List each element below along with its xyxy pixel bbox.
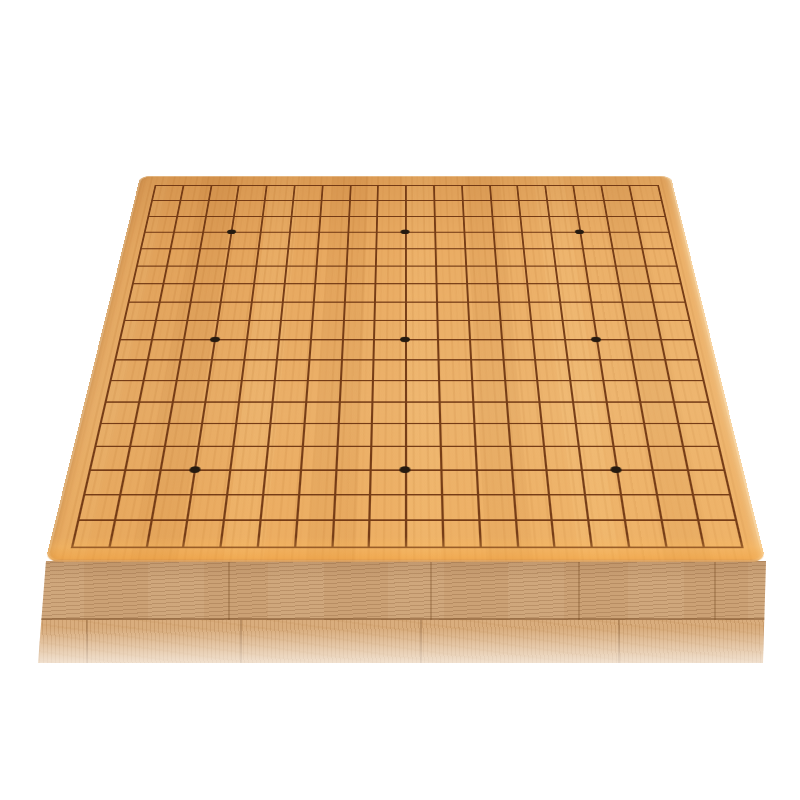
- grid-cell: [626, 521, 667, 547]
- grid-cell: [138, 250, 171, 267]
- grid-cell: [289, 233, 320, 250]
- grid-cell: [492, 201, 522, 217]
- grid-cell: [501, 321, 534, 340]
- grid-cell: [407, 267, 437, 285]
- grid-cell: [235, 201, 266, 217]
- grid-cell: [522, 217, 553, 233]
- grid-cell: [471, 341, 504, 361]
- grid-cell: [407, 361, 440, 382]
- grid-cell: [201, 233, 233, 250]
- grid-cell: [240, 381, 276, 402]
- grid-cell: [441, 425, 476, 448]
- grid-cell: [684, 447, 724, 471]
- grid-cell: [251, 302, 284, 321]
- grid-cell: [376, 284, 407, 302]
- grid-cell: [317, 250, 348, 267]
- grid-cell: [608, 217, 640, 233]
- grid-cell: [149, 201, 181, 217]
- grid-cell: [177, 361, 213, 382]
- star-point: [575, 230, 585, 235]
- grid-cell: [543, 425, 580, 448]
- grid-cell: [679, 425, 718, 448]
- grid-cell: [233, 217, 264, 233]
- grid-cell: [229, 471, 267, 495]
- grid-cell: [408, 521, 445, 547]
- grid-cell: [346, 267, 377, 285]
- grid-cell: [131, 425, 170, 448]
- grid-cell: [271, 403, 307, 425]
- grid-cell: [513, 471, 551, 495]
- grid-cell: [436, 233, 466, 250]
- grid-cell: [345, 302, 377, 321]
- grid-cell: [465, 233, 495, 250]
- grid-cell: [310, 341, 343, 361]
- star-point: [209, 337, 220, 343]
- grid-cell: [370, 521, 407, 547]
- grid-cell: [634, 361, 671, 382]
- grid-cell: [551, 495, 590, 520]
- grid-cell: [309, 361, 343, 382]
- grid-cell: [464, 217, 494, 233]
- grid-cell: [407, 321, 439, 340]
- grid-cell: [475, 425, 511, 448]
- grid-cell: [116, 495, 157, 520]
- grid-cell: [438, 284, 469, 302]
- grid-cell: [531, 302, 564, 321]
- grid-cell: [200, 425, 237, 448]
- grid-cell: [312, 321, 345, 340]
- grid-cell: [541, 403, 577, 425]
- grid-cell: [619, 471, 659, 495]
- grid-cell: [371, 495, 407, 520]
- grid-cell: [336, 471, 372, 495]
- grid-cell: [204, 403, 241, 425]
- grid-cell: [348, 233, 378, 250]
- grid-cell: [508, 403, 544, 425]
- grid-cell: [582, 233, 614, 250]
- grid-cell: [193, 471, 232, 495]
- star-point: [610, 466, 622, 473]
- grid-cell: [407, 284, 438, 302]
- grid-cell: [165, 425, 203, 448]
- grid-cell: [237, 403, 273, 425]
- grid-cell: [377, 267, 407, 285]
- grid-cell: [316, 267, 347, 285]
- grid-cell: [333, 521, 371, 547]
- grid-cell: [376, 302, 407, 321]
- grid-cell: [477, 447, 513, 471]
- grid-cell: [529, 284, 562, 302]
- grid-cell: [222, 284, 255, 302]
- grid-cell: [509, 425, 545, 448]
- grid-cell: [469, 302, 501, 321]
- grid-cell: [643, 250, 676, 267]
- grid-cell: [284, 284, 316, 302]
- grid-cell: [195, 267, 228, 285]
- star-point: [400, 466, 411, 473]
- grid-cell: [497, 267, 529, 285]
- grid-cell: [649, 447, 688, 471]
- grid-cell: [149, 341, 185, 361]
- grid-cell: [552, 233, 584, 250]
- grid-cell: [633, 201, 665, 217]
- grid-cell: [436, 217, 465, 233]
- grid-cell: [342, 361, 375, 382]
- grid-cell: [407, 403, 441, 425]
- grid-cell: [230, 233, 262, 250]
- grid-cell: [584, 250, 617, 267]
- grid-cell: [506, 381, 541, 402]
- grid-cell: [107, 381, 145, 402]
- grid-cell: [559, 284, 592, 302]
- grid-cell: [623, 302, 658, 321]
- grid-cell: [498, 284, 530, 302]
- grid-cell: [293, 201, 323, 217]
- grid-cell: [278, 341, 312, 361]
- grid-cell: [647, 267, 681, 285]
- grid-cell: [282, 302, 315, 321]
- grid-cell: [523, 233, 554, 250]
- grid-cell: [377, 250, 407, 267]
- grid-cell: [372, 471, 408, 495]
- grid-cell: [375, 341, 407, 361]
- grid-cell: [689, 471, 730, 495]
- grid-cell: [670, 381, 708, 402]
- grid-cell: [136, 403, 174, 425]
- grid-cell: [116, 341, 152, 361]
- grid-cell: [539, 381, 575, 402]
- grid-cell: [344, 321, 376, 340]
- grid-cell: [373, 403, 407, 425]
- grid-cell: [280, 321, 313, 340]
- grid-cell: [111, 521, 153, 547]
- grid-cell: [144, 361, 181, 382]
- grid-cell: [443, 495, 480, 520]
- grid-cell: [572, 381, 608, 402]
- grid-cell: [467, 267, 498, 285]
- grid-cell: [378, 233, 407, 250]
- grid-cell: [645, 425, 684, 448]
- grid-cell: [500, 302, 533, 321]
- grid-cell: [125, 302, 160, 321]
- grid-cell: [605, 201, 636, 217]
- grid-cell: [407, 425, 442, 448]
- grid-cell: [346, 284, 377, 302]
- grid-cell: [438, 302, 470, 321]
- grid-cell: [79, 495, 121, 520]
- grid-cell: [225, 267, 258, 285]
- grid-cell: [493, 217, 523, 233]
- grid-cell: [592, 302, 626, 321]
- grid-cell: [620, 284, 654, 302]
- grid-cell: [255, 267, 287, 285]
- grid-cell: [157, 302, 192, 321]
- grid-cell: [294, 186, 323, 201]
- grid-cell: [337, 447, 373, 471]
- grid-cell: [464, 201, 493, 217]
- grid-cell: [435, 201, 464, 217]
- grid-cell: [85, 471, 126, 495]
- grid-cell: [557, 267, 590, 285]
- star-point: [226, 230, 236, 235]
- grid-cell: [577, 425, 615, 448]
- grid-cell: [374, 361, 407, 382]
- grid-cell: [598, 341, 633, 361]
- grid-cell: [130, 284, 165, 302]
- grid-cell: [157, 471, 197, 495]
- grid-cell: [243, 361, 278, 382]
- grid-cell: [439, 341, 472, 361]
- wood-seam: [578, 556, 580, 620]
- grid-cell: [407, 447, 442, 471]
- grid-cell: [196, 447, 234, 471]
- grid-cell: [291, 217, 321, 233]
- grid-cell: [663, 521, 705, 547]
- grid-cell: [407, 341, 439, 361]
- grid-cell: [248, 321, 282, 340]
- grid-cell: [473, 381, 508, 402]
- grid-cell: [339, 403, 374, 425]
- grid-cell: [307, 381, 341, 402]
- grid-cell: [238, 186, 268, 201]
- grid-cell: [246, 341, 280, 361]
- grid-cell: [91, 447, 131, 471]
- grid-cell: [491, 186, 520, 201]
- grid-cell: [468, 284, 500, 302]
- grid-cell: [260, 233, 291, 250]
- grid-cell: [617, 267, 651, 285]
- grid-cell: [442, 447, 478, 471]
- grid-cell: [170, 403, 207, 425]
- grid-cell: [140, 381, 177, 402]
- grid-cell: [494, 233, 525, 250]
- wood-seam: [714, 556, 716, 620]
- grid-cell: [641, 403, 679, 425]
- grid-cell: [611, 425, 649, 448]
- grid-cell: [73, 521, 115, 547]
- grid-cell: [440, 381, 474, 402]
- grid-cell: [630, 186, 661, 201]
- grid-cell: [407, 471, 443, 495]
- grid-cell: [171, 233, 203, 250]
- board-top-surface: [45, 176, 766, 562]
- grid-cell: [574, 403, 611, 425]
- grid-cell: [304, 425, 340, 448]
- grid-cell: [407, 381, 440, 402]
- grid-cell: [520, 201, 550, 217]
- grid-cell: [378, 201, 407, 217]
- grid-cell: [319, 233, 349, 250]
- grid-cell: [525, 250, 557, 267]
- grid-cell: [437, 267, 468, 285]
- grid-cell: [407, 302, 438, 321]
- grid-lines: [71, 185, 745, 549]
- grid-cell: [583, 471, 622, 495]
- grid-cell: [153, 321, 188, 340]
- grid-cell: [374, 381, 407, 402]
- grid-cell: [518, 186, 548, 201]
- grid-cell: [666, 361, 703, 382]
- grid-cell: [351, 186, 380, 201]
- grid-cell: [636, 217, 668, 233]
- wood-grain-band-upper: [28, 556, 772, 620]
- grid-cell: [537, 361, 572, 382]
- grid-cell: [335, 495, 372, 520]
- grid-cell: [276, 361, 310, 382]
- grid-cell: [258, 250, 290, 267]
- grid-cell: [662, 341, 698, 361]
- grid-cell: [566, 341, 601, 361]
- grid-cell: [142, 233, 175, 250]
- grid-cell: [160, 284, 194, 302]
- grid-cell: [640, 233, 673, 250]
- grid-cell: [435, 186, 464, 201]
- grid-cell: [548, 201, 579, 217]
- grid-cell: [444, 521, 482, 547]
- grid-cell: [463, 186, 492, 201]
- grid-cell: [264, 201, 294, 217]
- grid-cell: [264, 471, 302, 495]
- grid-cell: [479, 495, 517, 520]
- grid-cell: [222, 521, 262, 547]
- grid-cell: [269, 425, 305, 448]
- grid-cell: [274, 381, 309, 402]
- grid-cell: [112, 361, 149, 382]
- grid-cell: [315, 284, 347, 302]
- grid-cell: [605, 381, 642, 402]
- grid-cell: [630, 341, 666, 361]
- grid-cell: [443, 471, 479, 495]
- grid-cell: [185, 521, 225, 547]
- grid-cell: [146, 217, 178, 233]
- grid-cell: [209, 186, 240, 201]
- grid-cell: [219, 302, 253, 321]
- grid-cell: [313, 302, 345, 321]
- grid-cell: [480, 521, 519, 547]
- grid-cell: [213, 341, 248, 361]
- grid-cell: [614, 250, 647, 267]
- grid-cell: [134, 267, 168, 285]
- grid-cell: [699, 521, 742, 547]
- grid-cell: [216, 321, 250, 340]
- wood-seam-horizontal: [28, 618, 772, 620]
- grid-cell: [121, 471, 161, 495]
- grid-cell: [320, 217, 350, 233]
- grid-cell: [407, 201, 436, 217]
- grid-cell: [574, 186, 605, 201]
- grid-cell: [152, 495, 192, 520]
- grid-cell: [407, 233, 437, 250]
- grid-cell: [535, 341, 569, 361]
- grid-cell: [232, 447, 270, 471]
- grid-cell: [287, 250, 318, 267]
- grid-cell: [472, 361, 506, 382]
- grid-cell: [96, 425, 135, 448]
- grid-cell: [322, 186, 351, 201]
- grid-cell: [527, 267, 559, 285]
- grid-cell: [225, 495, 264, 520]
- grid-cell: [302, 447, 338, 471]
- grid-cell: [439, 321, 471, 340]
- grid-cell: [504, 361, 539, 382]
- grid-cell: [658, 321, 694, 340]
- grid-cell: [321, 201, 350, 217]
- grid-cell: [569, 361, 605, 382]
- grid-cell: [338, 425, 373, 448]
- grid-cell: [198, 250, 231, 267]
- grid-cell: [637, 381, 674, 402]
- grid-cell: [300, 471, 337, 495]
- grid-cell: [589, 284, 623, 302]
- grid-cell: [148, 521, 189, 547]
- grid-cell: [601, 361, 637, 382]
- grid-cell: [188, 302, 222, 321]
- grid-cell: [654, 302, 689, 321]
- grid-cell: [503, 341, 537, 361]
- star-point: [591, 337, 602, 343]
- grid-cell: [577, 201, 608, 217]
- grid-cell: [561, 302, 595, 321]
- grid-cell: [267, 447, 304, 471]
- star-point: [188, 466, 200, 473]
- grid-cell: [262, 495, 300, 520]
- grid-cell: [298, 495, 336, 520]
- grid-cell: [407, 186, 435, 201]
- grid-cell: [546, 186, 576, 201]
- grid-cell: [511, 447, 548, 471]
- grid-cell: [441, 403, 476, 425]
- grid-cell: [228, 250, 260, 267]
- grid-cell: [286, 267, 318, 285]
- grid-cell: [553, 521, 593, 547]
- grid-cell: [587, 267, 620, 285]
- grid-cell: [191, 284, 225, 302]
- grid-cell: [587, 495, 627, 520]
- grid-cell: [478, 471, 515, 495]
- grid-cell: [470, 321, 503, 340]
- grid-cell: [694, 495, 736, 520]
- grid-cell: [207, 201, 238, 217]
- grid-cell: [407, 250, 437, 267]
- star-point: [400, 337, 410, 343]
- grid-cell: [590, 521, 631, 547]
- grid-cell: [622, 495, 662, 520]
- grid-cell: [153, 186, 184, 201]
- grid-cell: [189, 495, 229, 520]
- grid-cell: [173, 381, 210, 402]
- grid-cell: [555, 250, 587, 267]
- grid-cell: [602, 186, 633, 201]
- grid-cell: [496, 250, 527, 267]
- grid-cell: [546, 447, 584, 471]
- grid-cell: [235, 425, 272, 448]
- grid-cell: [126, 447, 165, 471]
- grid-cell: [178, 201, 209, 217]
- wood-seam: [228, 556, 230, 620]
- grid-cell: [373, 425, 408, 448]
- grid-cell: [658, 495, 699, 520]
- wood-seam: [430, 556, 432, 620]
- grid-cell: [650, 284, 685, 302]
- grid-cell: [181, 186, 212, 201]
- grid-cell: [207, 381, 243, 402]
- grid-cell: [437, 250, 467, 267]
- grid-cell: [379, 186, 407, 201]
- grid-cell: [181, 341, 216, 361]
- grid-cell: [305, 403, 340, 425]
- grid-cell: [466, 250, 497, 267]
- grid-cell: [533, 321, 567, 340]
